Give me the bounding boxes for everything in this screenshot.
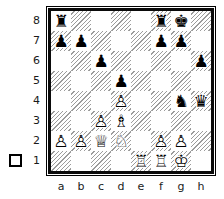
file-label-d: d	[111, 180, 131, 194]
square-f4[interactable]	[151, 91, 171, 111]
black-pawn-d5[interactable]: ♟	[113, 71, 128, 91]
square-a1[interactable]	[51, 151, 71, 171]
square-h1[interactable]	[191, 151, 211, 171]
square-b7[interactable]: ♟	[71, 31, 91, 51]
rank-label-7: 7	[22, 31, 40, 51]
square-h2[interactable]	[191, 131, 211, 151]
rank-labels: 87654321	[22, 11, 40, 171]
black-pawn-h6[interactable]: ♟	[193, 51, 208, 71]
square-c7[interactable]	[91, 31, 111, 51]
square-e6[interactable]	[131, 51, 151, 71]
white-king-g1[interactable]: ♔	[173, 151, 188, 171]
file-label-g: g	[171, 180, 191, 194]
square-b1[interactable]	[71, 151, 91, 171]
square-c5[interactable]	[91, 71, 111, 91]
square-d1[interactable]	[111, 151, 131, 171]
white-pawn-d4[interactable]: ♙	[113, 91, 128, 111]
rank-label-5: 5	[22, 71, 40, 91]
rank-label-2: 2	[22, 131, 40, 151]
board-frame: ♜♜♚♟♟♟♟♟♟♟♙♞♛♙♗♙♙♕♘♙♙♖♖♔	[46, 6, 216, 176]
white-rook-e1[interactable]: ♖	[133, 151, 148, 171]
square-d8[interactable]	[111, 11, 131, 31]
square-f3[interactable]	[151, 111, 171, 131]
rank-label-6: 6	[22, 51, 40, 71]
square-d2[interactable]: ♘	[111, 131, 131, 151]
square-h8[interactable]	[191, 11, 211, 31]
rank-label-4: 4	[22, 91, 40, 111]
black-pawn-b7[interactable]: ♟	[73, 31, 88, 51]
square-d6[interactable]	[111, 51, 131, 71]
square-g3[interactable]	[171, 111, 191, 131]
white-to-move-indicator	[9, 154, 22, 167]
square-c8[interactable]	[91, 11, 111, 31]
square-a8[interactable]: ♜	[51, 11, 71, 31]
square-e1[interactable]: ♖	[131, 151, 151, 171]
square-c4[interactable]	[91, 91, 111, 111]
square-c2[interactable]: ♕	[91, 131, 111, 151]
square-e7[interactable]	[131, 31, 151, 51]
square-a4[interactable]	[51, 91, 71, 111]
square-a5[interactable]	[51, 71, 71, 91]
white-rook-f1[interactable]: ♖	[153, 151, 168, 171]
square-a2[interactable]: ♙	[51, 131, 71, 151]
square-h3[interactable]	[191, 111, 211, 131]
square-g6[interactable]	[171, 51, 191, 71]
rank-label-3: 3	[22, 111, 40, 131]
square-b3[interactable]	[71, 111, 91, 131]
square-g1[interactable]: ♔	[171, 151, 191, 171]
square-d7[interactable]	[111, 31, 131, 51]
black-pawn-a7[interactable]: ♟	[53, 31, 68, 51]
square-h7[interactable]	[191, 31, 211, 51]
file-label-f: f	[151, 180, 171, 194]
white-knight-d2[interactable]: ♘	[113, 131, 128, 151]
white-pawn-a2[interactable]: ♙	[53, 131, 68, 151]
black-queen-h4[interactable]: ♛	[193, 91, 208, 111]
square-b6[interactable]	[71, 51, 91, 71]
square-c1[interactable]	[91, 151, 111, 171]
black-rook-a8[interactable]: ♜	[53, 11, 68, 31]
black-pawn-f7[interactable]: ♟	[153, 31, 168, 51]
board-border: ♜♜♚♟♟♟♟♟♟♟♙♞♛♙♗♙♙♕♘♙♙♖♖♔	[48, 8, 214, 174]
square-f8[interactable]: ♜	[151, 11, 171, 31]
chess-diagram: 87654321 ♜♜♚♟♟♟♟♟♟♟♙♞♛♙♗♙♙♕♘♙♙♖♖♔ abcdef…	[0, 0, 224, 199]
square-h4[interactable]: ♛	[191, 91, 211, 111]
file-label-b: b	[71, 180, 91, 194]
square-b5[interactable]	[71, 71, 91, 91]
file-label-c: c	[91, 180, 111, 194]
square-a3[interactable]	[51, 111, 71, 131]
square-c3[interactable]: ♙	[91, 111, 111, 131]
white-queen-c2[interactable]: ♕	[93, 131, 108, 151]
white-bishop-d3[interactable]: ♗	[113, 111, 128, 131]
black-pawn-g7[interactable]: ♟	[173, 31, 188, 51]
square-f1[interactable]: ♖	[151, 151, 171, 171]
square-g7[interactable]: ♟	[171, 31, 191, 51]
square-e3[interactable]	[131, 111, 151, 131]
square-d5[interactable]: ♟	[111, 71, 131, 91]
square-f7[interactable]: ♟	[151, 31, 171, 51]
square-d4[interactable]: ♙	[111, 91, 131, 111]
square-c6[interactable]: ♟	[91, 51, 111, 71]
white-pawn-b2[interactable]: ♙	[73, 131, 88, 151]
black-king-g8[interactable]: ♚	[173, 11, 188, 31]
square-g5[interactable]	[171, 71, 191, 91]
white-pawn-g2[interactable]: ♙	[173, 131, 188, 151]
square-b2[interactable]: ♙	[71, 131, 91, 151]
file-label-a: a	[51, 180, 71, 194]
square-g8[interactable]: ♚	[171, 11, 191, 31]
rank-label-1: 1	[22, 151, 40, 171]
file-label-h: h	[191, 180, 211, 194]
square-a6[interactable]	[51, 51, 71, 71]
square-a7[interactable]: ♟	[51, 31, 71, 51]
square-e8[interactable]	[131, 11, 151, 31]
square-d3[interactable]: ♗	[111, 111, 131, 131]
square-h6[interactable]: ♟	[191, 51, 211, 71]
square-e4[interactable]	[131, 91, 151, 111]
square-f2[interactable]: ♙	[151, 131, 171, 151]
square-e5[interactable]	[131, 71, 151, 91]
file-label-e: e	[131, 180, 151, 194]
square-h5[interactable]	[191, 71, 211, 91]
square-g4[interactable]: ♞	[171, 91, 191, 111]
black-knight-g4[interactable]: ♞	[173, 91, 188, 111]
black-pawn-c6[interactable]: ♟	[93, 51, 108, 71]
square-f6[interactable]	[151, 51, 171, 71]
square-b8[interactable]	[71, 11, 91, 31]
square-f5[interactable]	[151, 71, 171, 91]
white-pawn-c3[interactable]: ♙	[93, 111, 108, 131]
board-grid: ♜♜♚♟♟♟♟♟♟♟♙♞♛♙♗♙♙♕♘♙♙♖♖♔	[51, 11, 211, 171]
square-e2[interactable]	[131, 131, 151, 151]
square-b4[interactable]	[71, 91, 91, 111]
black-rook-f8[interactable]: ♜	[153, 11, 168, 31]
rank-label-8: 8	[22, 11, 40, 31]
white-pawn-f2[interactable]: ♙	[153, 131, 168, 151]
file-labels: abcdefgh	[51, 180, 211, 194]
square-g2[interactable]: ♙	[171, 131, 191, 151]
